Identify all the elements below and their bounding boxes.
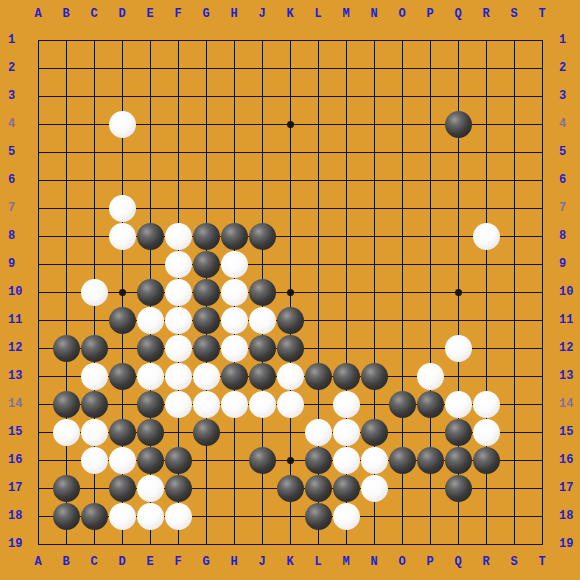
intersection-J13[interactable] — [248, 362, 276, 390]
intersection-D6[interactable] — [108, 166, 136, 194]
intersection-F3[interactable] — [164, 82, 192, 110]
intersection-G15[interactable] — [192, 418, 220, 446]
intersection-Q9[interactable] — [444, 250, 472, 278]
intersection-H5[interactable] — [220, 138, 248, 166]
intersection-N13[interactable] — [360, 362, 388, 390]
intersection-M6[interactable] — [332, 166, 360, 194]
intersection-T10[interactable] — [528, 278, 556, 306]
intersection-T19[interactable] — [528, 530, 556, 558]
intersection-P15[interactable] — [416, 418, 444, 446]
intersection-L10[interactable] — [304, 278, 332, 306]
intersection-H7[interactable] — [220, 194, 248, 222]
intersection-H2[interactable] — [220, 54, 248, 82]
intersection-L1[interactable] — [304, 26, 332, 54]
intersection-P16[interactable] — [416, 446, 444, 474]
intersection-R19[interactable] — [472, 530, 500, 558]
intersection-O3[interactable] — [388, 82, 416, 110]
intersection-L5[interactable] — [304, 138, 332, 166]
intersection-G9[interactable] — [192, 250, 220, 278]
intersection-G10[interactable] — [192, 278, 220, 306]
intersection-B9[interactable] — [52, 250, 80, 278]
intersection-N19[interactable] — [360, 530, 388, 558]
intersection-B10[interactable] — [52, 278, 80, 306]
intersection-B14[interactable] — [52, 390, 80, 418]
intersection-R7[interactable] — [472, 194, 500, 222]
intersection-T1[interactable] — [528, 26, 556, 54]
intersection-S19[interactable] — [500, 530, 528, 558]
intersection-H18[interactable] — [220, 502, 248, 530]
intersection-H4[interactable] — [220, 110, 248, 138]
intersection-T13[interactable] — [528, 362, 556, 390]
intersection-R1[interactable] — [472, 26, 500, 54]
intersection-O12[interactable] — [388, 334, 416, 362]
intersection-M17[interactable] — [332, 474, 360, 502]
intersection-C19[interactable] — [80, 530, 108, 558]
intersection-B8[interactable] — [52, 222, 80, 250]
intersection-M13[interactable] — [332, 362, 360, 390]
intersection-L6[interactable] — [304, 166, 332, 194]
intersection-F18[interactable] — [164, 502, 192, 530]
intersection-J12[interactable] — [248, 334, 276, 362]
intersection-C4[interactable] — [80, 110, 108, 138]
intersection-C18[interactable] — [80, 502, 108, 530]
intersection-B6[interactable] — [52, 166, 80, 194]
intersection-J19[interactable] — [248, 530, 276, 558]
intersection-G3[interactable] — [192, 82, 220, 110]
intersection-M8[interactable] — [332, 222, 360, 250]
intersection-O1[interactable] — [388, 26, 416, 54]
intersection-L2[interactable] — [304, 54, 332, 82]
intersection-E9[interactable] — [136, 250, 164, 278]
intersection-Q6[interactable] — [444, 166, 472, 194]
intersection-D13[interactable] — [108, 362, 136, 390]
intersection-M11[interactable] — [332, 306, 360, 334]
intersection-Q11[interactable] — [444, 306, 472, 334]
intersection-O5[interactable] — [388, 138, 416, 166]
intersection-K15[interactable] — [276, 418, 304, 446]
intersection-N12[interactable] — [360, 334, 388, 362]
intersection-B2[interactable] — [52, 54, 80, 82]
intersection-Q2[interactable] — [444, 54, 472, 82]
intersection-T4[interactable] — [528, 110, 556, 138]
intersection-G5[interactable] — [192, 138, 220, 166]
intersection-H9[interactable] — [220, 250, 248, 278]
intersection-N11[interactable] — [360, 306, 388, 334]
intersection-D14[interactable] — [108, 390, 136, 418]
intersection-K14[interactable] — [276, 390, 304, 418]
intersection-E15[interactable] — [136, 418, 164, 446]
intersection-F1[interactable] — [164, 26, 192, 54]
intersection-D10[interactable] — [108, 278, 136, 306]
intersection-R18[interactable] — [472, 502, 500, 530]
intersection-M4[interactable] — [332, 110, 360, 138]
intersection-D1[interactable] — [108, 26, 136, 54]
intersection-G6[interactable] — [192, 166, 220, 194]
intersection-D2[interactable] — [108, 54, 136, 82]
intersection-R2[interactable] — [472, 54, 500, 82]
intersection-C10[interactable] — [80, 278, 108, 306]
intersection-L18[interactable] — [304, 502, 332, 530]
intersection-B13[interactable] — [52, 362, 80, 390]
intersection-O14[interactable] — [388, 390, 416, 418]
intersection-M18[interactable] — [332, 502, 360, 530]
intersection-K10[interactable] — [276, 278, 304, 306]
intersection-F11[interactable] — [164, 306, 192, 334]
intersection-J8[interactable] — [248, 222, 276, 250]
intersection-J18[interactable] — [248, 502, 276, 530]
intersection-B7[interactable] — [52, 194, 80, 222]
intersection-O4[interactable] — [388, 110, 416, 138]
intersection-P14[interactable] — [416, 390, 444, 418]
intersection-C5[interactable] — [80, 138, 108, 166]
intersection-S14[interactable] — [500, 390, 528, 418]
intersection-B3[interactable] — [52, 82, 80, 110]
intersection-T5[interactable] — [528, 138, 556, 166]
intersection-J9[interactable] — [248, 250, 276, 278]
intersection-E11[interactable] — [136, 306, 164, 334]
intersection-K9[interactable] — [276, 250, 304, 278]
intersection-T9[interactable] — [528, 250, 556, 278]
intersection-E7[interactable] — [136, 194, 164, 222]
intersection-H6[interactable] — [220, 166, 248, 194]
intersection-P2[interactable] — [416, 54, 444, 82]
intersection-N6[interactable] — [360, 166, 388, 194]
intersection-D16[interactable] — [108, 446, 136, 474]
intersection-E18[interactable] — [136, 502, 164, 530]
intersection-F2[interactable] — [164, 54, 192, 82]
intersection-P10[interactable] — [416, 278, 444, 306]
intersection-T3[interactable] — [528, 82, 556, 110]
intersection-B4[interactable] — [52, 110, 80, 138]
intersection-K5[interactable] — [276, 138, 304, 166]
intersection-O19[interactable] — [388, 530, 416, 558]
intersection-P11[interactable] — [416, 306, 444, 334]
intersection-K12[interactable] — [276, 334, 304, 362]
intersection-E8[interactable] — [136, 222, 164, 250]
intersection-M14[interactable] — [332, 390, 360, 418]
intersection-J4[interactable] — [248, 110, 276, 138]
intersection-B11[interactable] — [52, 306, 80, 334]
intersection-P12[interactable] — [416, 334, 444, 362]
intersection-D18[interactable] — [108, 502, 136, 530]
intersection-G7[interactable] — [192, 194, 220, 222]
intersection-F10[interactable] — [164, 278, 192, 306]
intersection-P18[interactable] — [416, 502, 444, 530]
intersection-O6[interactable] — [388, 166, 416, 194]
intersection-R15[interactable] — [472, 418, 500, 446]
intersection-O8[interactable] — [388, 222, 416, 250]
intersection-Q10[interactable] — [444, 278, 472, 306]
intersection-E17[interactable] — [136, 474, 164, 502]
intersection-N8[interactable] — [360, 222, 388, 250]
intersection-T14[interactable] — [528, 390, 556, 418]
intersection-C12[interactable] — [80, 334, 108, 362]
intersection-F7[interactable] — [164, 194, 192, 222]
intersection-P1[interactable] — [416, 26, 444, 54]
intersection-P13[interactable] — [416, 362, 444, 390]
intersection-K17[interactable] — [276, 474, 304, 502]
intersection-J3[interactable] — [248, 82, 276, 110]
intersection-M15[interactable] — [332, 418, 360, 446]
intersection-E12[interactable] — [136, 334, 164, 362]
intersection-S13[interactable] — [500, 362, 528, 390]
intersection-F13[interactable] — [164, 362, 192, 390]
intersection-O18[interactable] — [388, 502, 416, 530]
intersection-O16[interactable] — [388, 446, 416, 474]
intersection-E5[interactable] — [136, 138, 164, 166]
intersection-D4[interactable] — [108, 110, 136, 138]
intersection-F6[interactable] — [164, 166, 192, 194]
intersection-K3[interactable] — [276, 82, 304, 110]
intersection-B1[interactable] — [52, 26, 80, 54]
intersection-B5[interactable] — [52, 138, 80, 166]
intersection-M3[interactable] — [332, 82, 360, 110]
intersection-P17[interactable] — [416, 474, 444, 502]
intersection-K1[interactable] — [276, 26, 304, 54]
intersection-R12[interactable] — [472, 334, 500, 362]
intersection-O15[interactable] — [388, 418, 416, 446]
intersection-N2[interactable] — [360, 54, 388, 82]
intersection-K4[interactable] — [276, 110, 304, 138]
intersection-E13[interactable] — [136, 362, 164, 390]
intersection-E2[interactable] — [136, 54, 164, 82]
intersection-N4[interactable] — [360, 110, 388, 138]
intersection-S15[interactable] — [500, 418, 528, 446]
intersection-N3[interactable] — [360, 82, 388, 110]
intersection-L4[interactable] — [304, 110, 332, 138]
intersection-S12[interactable] — [500, 334, 528, 362]
intersection-C13[interactable] — [80, 362, 108, 390]
intersection-E19[interactable] — [136, 530, 164, 558]
intersection-H15[interactable] — [220, 418, 248, 446]
intersection-C14[interactable] — [80, 390, 108, 418]
intersection-R5[interactable] — [472, 138, 500, 166]
intersection-K2[interactable] — [276, 54, 304, 82]
intersection-G16[interactable] — [192, 446, 220, 474]
intersection-O9[interactable] — [388, 250, 416, 278]
intersection-H3[interactable] — [220, 82, 248, 110]
intersection-K18[interactable] — [276, 502, 304, 530]
intersection-L9[interactable] — [304, 250, 332, 278]
intersection-Q7[interactable] — [444, 194, 472, 222]
intersection-Q3[interactable] — [444, 82, 472, 110]
intersection-J10[interactable] — [248, 278, 276, 306]
intersection-S11[interactable] — [500, 306, 528, 334]
intersection-B17[interactable] — [52, 474, 80, 502]
intersection-C17[interactable] — [80, 474, 108, 502]
intersection-G4[interactable] — [192, 110, 220, 138]
intersection-L14[interactable] — [304, 390, 332, 418]
intersection-F19[interactable] — [164, 530, 192, 558]
intersection-T8[interactable] — [528, 222, 556, 250]
intersection-K8[interactable] — [276, 222, 304, 250]
intersection-G8[interactable] — [192, 222, 220, 250]
intersection-Q12[interactable] — [444, 334, 472, 362]
intersection-D8[interactable] — [108, 222, 136, 250]
intersection-G19[interactable] — [192, 530, 220, 558]
intersection-P9[interactable] — [416, 250, 444, 278]
intersection-C3[interactable] — [80, 82, 108, 110]
intersection-J15[interactable] — [248, 418, 276, 446]
intersection-J7[interactable] — [248, 194, 276, 222]
intersection-G2[interactable] — [192, 54, 220, 82]
intersection-C16[interactable] — [80, 446, 108, 474]
intersection-S1[interactable] — [500, 26, 528, 54]
intersection-Q4[interactable] — [444, 110, 472, 138]
intersection-L17[interactable] — [304, 474, 332, 502]
intersection-F9[interactable] — [164, 250, 192, 278]
intersection-F8[interactable] — [164, 222, 192, 250]
intersection-S10[interactable] — [500, 278, 528, 306]
intersection-E10[interactable] — [136, 278, 164, 306]
intersection-M2[interactable] — [332, 54, 360, 82]
intersection-S9[interactable] — [500, 250, 528, 278]
intersection-J2[interactable] — [248, 54, 276, 82]
intersection-C8[interactable] — [80, 222, 108, 250]
intersection-S2[interactable] — [500, 54, 528, 82]
intersection-J17[interactable] — [248, 474, 276, 502]
intersection-L8[interactable] — [304, 222, 332, 250]
intersection-Q5[interactable] — [444, 138, 472, 166]
intersection-S7[interactable] — [500, 194, 528, 222]
intersection-F16[interactable] — [164, 446, 192, 474]
intersection-J16[interactable] — [248, 446, 276, 474]
intersection-O2[interactable] — [388, 54, 416, 82]
intersection-L13[interactable] — [304, 362, 332, 390]
intersection-N14[interactable] — [360, 390, 388, 418]
intersection-G14[interactable] — [192, 390, 220, 418]
intersection-D15[interactable] — [108, 418, 136, 446]
intersection-D5[interactable] — [108, 138, 136, 166]
intersection-L12[interactable] — [304, 334, 332, 362]
intersection-Q13[interactable] — [444, 362, 472, 390]
intersection-J1[interactable] — [248, 26, 276, 54]
intersection-S16[interactable] — [500, 446, 528, 474]
intersection-F4[interactable] — [164, 110, 192, 138]
intersection-J11[interactable] — [248, 306, 276, 334]
intersection-H10[interactable] — [220, 278, 248, 306]
intersection-E16[interactable] — [136, 446, 164, 474]
intersection-H8[interactable] — [220, 222, 248, 250]
intersection-J6[interactable] — [248, 166, 276, 194]
intersection-M5[interactable] — [332, 138, 360, 166]
intersection-Q15[interactable] — [444, 418, 472, 446]
intersection-S4[interactable] — [500, 110, 528, 138]
intersection-G17[interactable] — [192, 474, 220, 502]
intersection-N5[interactable] — [360, 138, 388, 166]
intersection-K11[interactable] — [276, 306, 304, 334]
intersection-L16[interactable] — [304, 446, 332, 474]
intersection-K13[interactable] — [276, 362, 304, 390]
intersection-T12[interactable] — [528, 334, 556, 362]
intersection-N18[interactable] — [360, 502, 388, 530]
intersection-P6[interactable] — [416, 166, 444, 194]
intersection-T6[interactable] — [528, 166, 556, 194]
intersection-N15[interactable] — [360, 418, 388, 446]
intersection-R4[interactable] — [472, 110, 500, 138]
intersection-H11[interactable] — [220, 306, 248, 334]
intersection-L11[interactable] — [304, 306, 332, 334]
intersection-J5[interactable] — [248, 138, 276, 166]
intersection-C11[interactable] — [80, 306, 108, 334]
intersection-G18[interactable] — [192, 502, 220, 530]
intersection-G11[interactable] — [192, 306, 220, 334]
intersection-O17[interactable] — [388, 474, 416, 502]
intersection-F15[interactable] — [164, 418, 192, 446]
intersection-D9[interactable] — [108, 250, 136, 278]
intersection-K7[interactable] — [276, 194, 304, 222]
intersection-D11[interactable] — [108, 306, 136, 334]
intersection-H19[interactable] — [220, 530, 248, 558]
intersection-M10[interactable] — [332, 278, 360, 306]
intersection-H16[interactable] — [220, 446, 248, 474]
intersection-L7[interactable] — [304, 194, 332, 222]
intersection-J14[interactable] — [248, 390, 276, 418]
intersection-T2[interactable] — [528, 54, 556, 82]
intersection-R6[interactable] — [472, 166, 500, 194]
intersection-Q1[interactable] — [444, 26, 472, 54]
intersection-B18[interactable] — [52, 502, 80, 530]
intersection-Q19[interactable] — [444, 530, 472, 558]
intersection-T16[interactable] — [528, 446, 556, 474]
intersection-N16[interactable] — [360, 446, 388, 474]
intersection-M16[interactable] — [332, 446, 360, 474]
intersection-D12[interactable] — [108, 334, 136, 362]
intersection-S18[interactable] — [500, 502, 528, 530]
intersection-T11[interactable] — [528, 306, 556, 334]
intersection-G13[interactable] — [192, 362, 220, 390]
intersection-N9[interactable] — [360, 250, 388, 278]
intersection-M19[interactable] — [332, 530, 360, 558]
intersection-R17[interactable] — [472, 474, 500, 502]
intersection-H1[interactable] — [220, 26, 248, 54]
intersection-E6[interactable] — [136, 166, 164, 194]
intersection-P19[interactable] — [416, 530, 444, 558]
intersection-Q17[interactable] — [444, 474, 472, 502]
intersection-C6[interactable] — [80, 166, 108, 194]
intersection-C1[interactable] — [80, 26, 108, 54]
intersection-E3[interactable] — [136, 82, 164, 110]
intersection-F17[interactable] — [164, 474, 192, 502]
intersection-R11[interactable] — [472, 306, 500, 334]
intersection-K19[interactable] — [276, 530, 304, 558]
intersection-F14[interactable] — [164, 390, 192, 418]
intersection-R13[interactable] — [472, 362, 500, 390]
intersection-R16[interactable] — [472, 446, 500, 474]
intersection-S5[interactable] — [500, 138, 528, 166]
intersection-R14[interactable] — [472, 390, 500, 418]
intersection-F5[interactable] — [164, 138, 192, 166]
intersection-C2[interactable] — [80, 54, 108, 82]
intersection-S8[interactable] — [500, 222, 528, 250]
intersection-B19[interactable] — [52, 530, 80, 558]
intersection-K6[interactable] — [276, 166, 304, 194]
intersection-E1[interactable] — [136, 26, 164, 54]
intersection-N17[interactable] — [360, 474, 388, 502]
intersection-O11[interactable] — [388, 306, 416, 334]
intersection-O7[interactable] — [388, 194, 416, 222]
intersection-R8[interactable] — [472, 222, 500, 250]
intersection-K16[interactable] — [276, 446, 304, 474]
intersection-Q16[interactable] — [444, 446, 472, 474]
intersection-O10[interactable] — [388, 278, 416, 306]
intersection-O13[interactable] — [388, 362, 416, 390]
intersection-B16[interactable] — [52, 446, 80, 474]
intersection-L3[interactable] — [304, 82, 332, 110]
intersection-D19[interactable] — [108, 530, 136, 558]
intersection-Q8[interactable] — [444, 222, 472, 250]
intersection-D7[interactable] — [108, 194, 136, 222]
